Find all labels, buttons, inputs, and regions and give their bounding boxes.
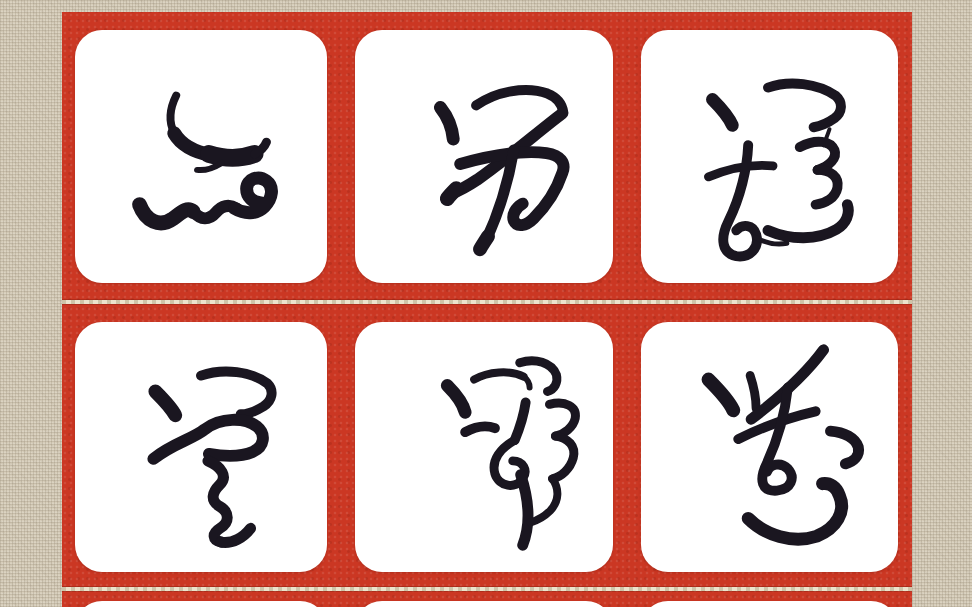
flashcard-r1c1[interactable] (75, 30, 327, 283)
flashcard-r3c3[interactable] (641, 601, 898, 607)
calligraphy-glyph-wei (365, 38, 603, 276)
red-card-panel (62, 12, 912, 607)
flashcard-r2c3[interactable] (641, 322, 898, 572)
flashcard-r2c1[interactable] (75, 322, 327, 572)
calligraphy-glyph-wan (651, 328, 889, 566)
row-divider-1 (62, 300, 912, 304)
flashcard-r2c2[interactable] (355, 322, 613, 572)
card-row-1 (62, 30, 912, 283)
calligraphy-glyph-wang (82, 38, 320, 276)
row-divider-2 (62, 587, 912, 591)
flashcard-r1c2[interactable] (355, 30, 613, 283)
linen-background (0, 0, 972, 607)
flashcard-r1c3[interactable] (641, 30, 898, 283)
card-row-2 (62, 322, 912, 572)
calligraphy-glyph-su (651, 38, 889, 276)
calligraphy-glyph-cai (365, 328, 603, 566)
card-row-3 (62, 601, 912, 607)
calligraphy-glyph-luo (82, 328, 320, 566)
flashcard-r3c2[interactable] (355, 601, 613, 607)
flashcard-r3c1[interactable] (75, 601, 327, 607)
